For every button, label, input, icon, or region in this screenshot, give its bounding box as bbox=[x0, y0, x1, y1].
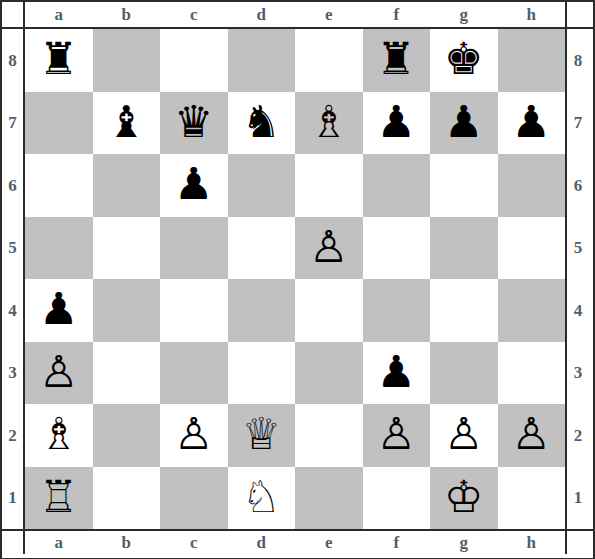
piece-black-queen: ♛ bbox=[174, 100, 213, 144]
square-c3[interactable] bbox=[160, 342, 228, 405]
file-label-b: b bbox=[93, 531, 161, 554]
square-e3[interactable] bbox=[295, 342, 363, 405]
piece-white-pawn: ♙ bbox=[174, 412, 213, 456]
square-g1[interactable]: ♔ bbox=[430, 467, 498, 530]
file-label-c: c bbox=[160, 2, 228, 27]
rank-label-6: 6 bbox=[2, 154, 23, 217]
square-d1[interactable]: ♘ bbox=[228, 467, 296, 530]
square-e8[interactable] bbox=[295, 29, 363, 92]
square-g2[interactable]: ♙ bbox=[430, 404, 498, 467]
square-g8[interactable]: ♚ bbox=[430, 29, 498, 92]
square-b3[interactable] bbox=[93, 342, 161, 405]
piece-white-bishop: ♗ bbox=[39, 412, 78, 456]
piece-black-bishop: ♝ bbox=[107, 100, 146, 144]
square-f5[interactable] bbox=[363, 217, 431, 280]
file-label-d: d bbox=[228, 531, 296, 554]
piece-white-pawn: ♙ bbox=[444, 412, 483, 456]
square-e1[interactable] bbox=[295, 467, 363, 530]
piece-white-pawn: ♙ bbox=[377, 412, 416, 456]
file-label-a: a bbox=[25, 531, 93, 554]
square-g4[interactable] bbox=[430, 279, 498, 342]
piece-white-knight: ♘ bbox=[242, 475, 281, 519]
square-a7[interactable] bbox=[25, 92, 93, 155]
square-b5[interactable] bbox=[93, 217, 161, 280]
corner-cell-bottom-right bbox=[565, 531, 589, 554]
files-strip-bottom: abcdefgh bbox=[25, 531, 565, 554]
square-h8[interactable] bbox=[498, 29, 566, 92]
file-label-h: h bbox=[498, 531, 566, 554]
piece-white-queen: ♕ bbox=[242, 412, 281, 456]
file-label-c: c bbox=[160, 531, 228, 554]
file-labels-top: abcdefgh bbox=[2, 2, 593, 29]
piece-black-rook: ♜ bbox=[377, 37, 416, 81]
file-label-g: g bbox=[430, 531, 498, 554]
square-f4[interactable] bbox=[363, 279, 431, 342]
square-f2[interactable]: ♙ bbox=[363, 404, 431, 467]
file-label-e: e bbox=[295, 531, 363, 554]
file-label-e: e bbox=[295, 2, 363, 27]
file-label-b: b bbox=[93, 2, 161, 27]
piece-black-pawn: ♟ bbox=[512, 100, 551, 144]
square-f7[interactable]: ♟ bbox=[363, 92, 431, 155]
square-h3[interactable] bbox=[498, 342, 566, 405]
rank-label-7: 7 bbox=[567, 92, 589, 155]
square-b1[interactable] bbox=[93, 467, 161, 530]
square-d8[interactable] bbox=[228, 29, 296, 92]
piece-black-pawn: ♟ bbox=[377, 350, 416, 394]
file-label-f: f bbox=[363, 531, 431, 554]
corner-cell-top-left bbox=[2, 2, 25, 27]
rank-label-1: 1 bbox=[567, 467, 589, 530]
square-a2[interactable]: ♗ bbox=[25, 404, 93, 467]
square-d3[interactable] bbox=[228, 342, 296, 405]
rank-label-2: 2 bbox=[567, 404, 589, 467]
piece-black-pawn: ♟ bbox=[444, 100, 483, 144]
piece-white-king: ♔ bbox=[444, 475, 483, 519]
file-labels-bottom: abcdefgh bbox=[2, 529, 593, 554]
square-a4[interactable]: ♟ bbox=[25, 279, 93, 342]
rank-label-4: 4 bbox=[2, 279, 23, 342]
square-b6[interactable] bbox=[93, 154, 161, 217]
square-c4[interactable] bbox=[160, 279, 228, 342]
square-h6[interactable] bbox=[498, 154, 566, 217]
square-c8[interactable] bbox=[160, 29, 228, 92]
square-g3[interactable] bbox=[430, 342, 498, 405]
square-f3[interactable]: ♟ bbox=[363, 342, 431, 405]
square-e6[interactable] bbox=[295, 154, 363, 217]
chess-board: ♜♜♚♝♛♞♗♟♟♟♟♙♟♙♟♗♙♕♙♙♙♖♘♔ bbox=[25, 29, 565, 529]
square-h4[interactable] bbox=[498, 279, 566, 342]
file-label-d: d bbox=[228, 2, 296, 27]
piece-black-pawn: ♟ bbox=[174, 162, 213, 206]
square-e7[interactable]: ♗ bbox=[295, 92, 363, 155]
piece-white-pawn: ♙ bbox=[309, 225, 348, 269]
rank-label-3: 3 bbox=[567, 342, 589, 405]
square-d2[interactable]: ♕ bbox=[228, 404, 296, 467]
piece-white-pawn: ♙ bbox=[39, 350, 78, 394]
board-row: 87654321 ♜♜♚♝♛♞♗♟♟♟♟♙♟♙♟♗♙♕♙♙♙♖♘♔ 876543… bbox=[2, 29, 593, 529]
rank-label-7: 7 bbox=[2, 92, 23, 155]
rank-label-3: 3 bbox=[2, 342, 23, 405]
piece-black-knight: ♞ bbox=[242, 100, 281, 144]
square-h2[interactable]: ♙ bbox=[498, 404, 566, 467]
rank-label-6: 6 bbox=[567, 154, 589, 217]
file-label-f: f bbox=[363, 2, 431, 27]
corner-cell-top-right bbox=[565, 2, 589, 27]
square-d6[interactable] bbox=[228, 154, 296, 217]
rank-label-1: 1 bbox=[2, 467, 23, 530]
square-g7[interactable]: ♟ bbox=[430, 92, 498, 155]
square-b7[interactable]: ♝ bbox=[93, 92, 161, 155]
square-a6[interactable] bbox=[25, 154, 93, 217]
square-c1[interactable] bbox=[160, 467, 228, 530]
square-g5[interactable] bbox=[430, 217, 498, 280]
corner-cell-bottom-left bbox=[2, 531, 25, 554]
piece-black-rook: ♜ bbox=[39, 37, 78, 81]
rank-label-5: 5 bbox=[567, 217, 589, 280]
piece-white-pawn: ♙ bbox=[512, 412, 551, 456]
square-d4[interactable] bbox=[228, 279, 296, 342]
square-c2[interactable]: ♙ bbox=[160, 404, 228, 467]
piece-white-bishop: ♗ bbox=[309, 100, 348, 144]
square-f6[interactable] bbox=[363, 154, 431, 217]
rank-label-8: 8 bbox=[567, 29, 589, 92]
square-b8[interactable] bbox=[93, 29, 161, 92]
square-b2[interactable] bbox=[93, 404, 161, 467]
square-c7[interactable]: ♛ bbox=[160, 92, 228, 155]
file-label-h: h bbox=[498, 2, 566, 27]
square-f1[interactable] bbox=[363, 467, 431, 530]
square-d5[interactable] bbox=[228, 217, 296, 280]
rank-label-8: 8 bbox=[2, 29, 23, 92]
piece-white-rook: ♖ bbox=[39, 475, 78, 519]
square-e2[interactable] bbox=[295, 404, 363, 467]
files-strip-top: abcdefgh bbox=[25, 2, 565, 27]
file-label-g: g bbox=[430, 2, 498, 27]
square-a5[interactable] bbox=[25, 217, 93, 280]
ranks-strip-right: 87654321 bbox=[565, 29, 589, 529]
square-e4[interactable] bbox=[295, 279, 363, 342]
square-e5[interactable]: ♙ bbox=[295, 217, 363, 280]
square-c5[interactable] bbox=[160, 217, 228, 280]
square-a1[interactable]: ♖ bbox=[25, 467, 93, 530]
square-c6[interactable]: ♟ bbox=[160, 154, 228, 217]
rank-label-4: 4 bbox=[567, 279, 589, 342]
square-g6[interactable] bbox=[430, 154, 498, 217]
square-h7[interactable]: ♟ bbox=[498, 92, 566, 155]
square-b4[interactable] bbox=[93, 279, 161, 342]
rank-label-5: 5 bbox=[2, 217, 23, 280]
square-h1[interactable] bbox=[498, 467, 566, 530]
ranks-strip-left: 87654321 bbox=[2, 29, 25, 529]
square-d7[interactable]: ♞ bbox=[228, 92, 296, 155]
piece-black-pawn: ♟ bbox=[377, 100, 416, 144]
square-a3[interactable]: ♙ bbox=[25, 342, 93, 405]
file-label-a: a bbox=[25, 2, 93, 27]
square-a8[interactable]: ♜ bbox=[25, 29, 93, 92]
piece-black-king: ♚ bbox=[444, 37, 483, 81]
square-h5[interactable] bbox=[498, 217, 566, 280]
rank-label-2: 2 bbox=[2, 404, 23, 467]
piece-black-pawn: ♟ bbox=[39, 287, 78, 331]
square-f8[interactable]: ♜ bbox=[363, 29, 431, 92]
chess-diagram: abcdefgh 87654321 ♜♜♚♝♛♞♗♟♟♟♟♙♟♙♟♗♙♕♙♙♙♖… bbox=[0, 0, 595, 559]
